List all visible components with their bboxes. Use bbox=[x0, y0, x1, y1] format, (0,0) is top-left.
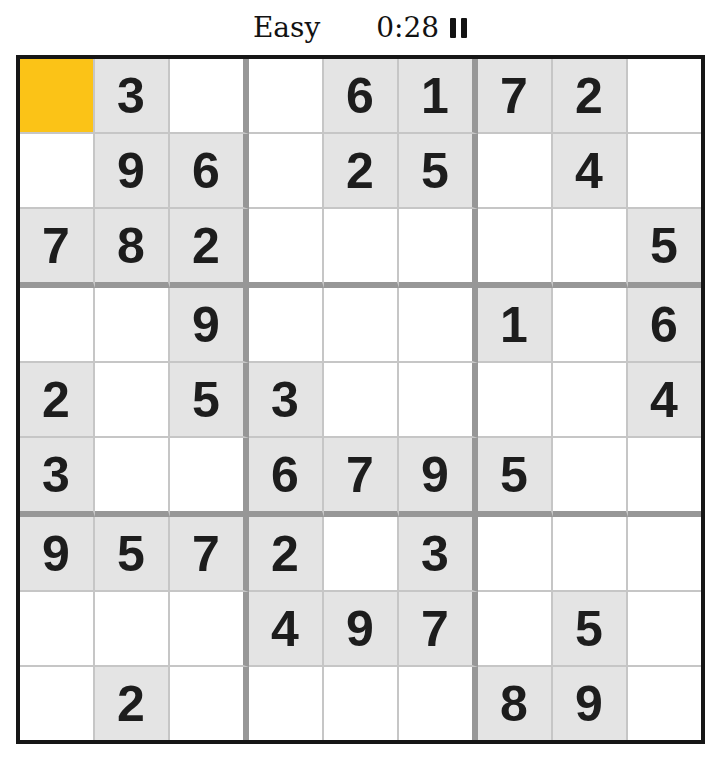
cell-r8c2[interactable] bbox=[95, 592, 170, 667]
sudoku-board: 36172962547825916253436795957234975289 bbox=[16, 55, 705, 744]
cell-r4c5[interactable] bbox=[324, 288, 399, 363]
cell-r7c8[interactable] bbox=[553, 517, 628, 592]
pause-button[interactable] bbox=[450, 18, 467, 38]
cell-r9c2[interactable]: 2 bbox=[95, 667, 170, 740]
cell-r8c7[interactable] bbox=[478, 592, 553, 667]
cell-r3c4[interactable] bbox=[249, 209, 324, 288]
cell-r5c8[interactable] bbox=[553, 363, 628, 438]
cell-r5c2[interactable] bbox=[95, 363, 170, 438]
cell-r5c3[interactable]: 5 bbox=[170, 363, 249, 438]
cell-r8c5[interactable]: 9 bbox=[324, 592, 399, 667]
cell-r8c4[interactable]: 4 bbox=[249, 592, 324, 667]
cell-r5c7[interactable] bbox=[478, 363, 553, 438]
cell-r7c4[interactable]: 2 bbox=[249, 517, 324, 592]
cell-r6c3[interactable] bbox=[170, 438, 249, 517]
cell-r6c5[interactable]: 7 bbox=[324, 438, 399, 517]
cell-r4c1[interactable] bbox=[20, 288, 95, 363]
cell-r2c3[interactable]: 6 bbox=[170, 134, 249, 209]
difficulty-label: Easy bbox=[253, 11, 320, 44]
cell-r8c9[interactable] bbox=[628, 592, 701, 667]
cell-r9c9[interactable] bbox=[628, 667, 701, 740]
cell-r5c9[interactable]: 4 bbox=[628, 363, 701, 438]
pause-icon bbox=[461, 18, 467, 38]
cell-r7c7[interactable] bbox=[478, 517, 553, 592]
cell-r3c8[interactable] bbox=[553, 209, 628, 288]
cell-r7c5[interactable] bbox=[324, 517, 399, 592]
cell-r3c1[interactable]: 7 bbox=[20, 209, 95, 288]
cell-r1c2[interactable]: 3 bbox=[95, 59, 170, 134]
cell-r7c6[interactable]: 3 bbox=[399, 517, 478, 592]
cell-r3c7[interactable] bbox=[478, 209, 553, 288]
cell-r2c6[interactable]: 5 bbox=[399, 134, 478, 209]
game-header: Easy 0:28 bbox=[0, 0, 720, 55]
cell-r9c8[interactable]: 9 bbox=[553, 667, 628, 740]
cell-r4c7[interactable]: 1 bbox=[478, 288, 553, 363]
cell-r6c7[interactable]: 5 bbox=[478, 438, 553, 517]
cell-r6c9[interactable] bbox=[628, 438, 701, 517]
cell-r6c4[interactable]: 6 bbox=[249, 438, 324, 517]
cell-r7c9[interactable] bbox=[628, 517, 701, 592]
cell-r3c3[interactable]: 2 bbox=[170, 209, 249, 288]
cell-r8c6[interactable]: 7 bbox=[399, 592, 478, 667]
cell-r6c2[interactable] bbox=[95, 438, 170, 517]
cell-r7c2[interactable]: 5 bbox=[95, 517, 170, 592]
cell-r2c1[interactable] bbox=[20, 134, 95, 209]
cell-r1c7[interactable]: 7 bbox=[478, 59, 553, 134]
cell-r2c4[interactable] bbox=[249, 134, 324, 209]
cell-r1c5[interactable]: 6 bbox=[324, 59, 399, 134]
cell-r3c6[interactable] bbox=[399, 209, 478, 288]
timer-display: 0:28 bbox=[376, 11, 439, 44]
cell-r9c7[interactable]: 8 bbox=[478, 667, 553, 740]
cell-r4c2[interactable] bbox=[95, 288, 170, 363]
cell-r9c1[interactable] bbox=[20, 667, 95, 740]
cell-r7c3[interactable]: 7 bbox=[170, 517, 249, 592]
cell-r1c9[interactable] bbox=[628, 59, 701, 134]
cell-r9c3[interactable] bbox=[170, 667, 249, 740]
cell-r1c4[interactable] bbox=[249, 59, 324, 134]
cell-r2c2[interactable]: 9 bbox=[95, 134, 170, 209]
cell-r3c2[interactable]: 8 bbox=[95, 209, 170, 288]
cell-r1c1[interactable] bbox=[20, 59, 95, 134]
pause-icon bbox=[450, 18, 456, 38]
cell-r8c3[interactable] bbox=[170, 592, 249, 667]
cell-r1c6[interactable]: 1 bbox=[399, 59, 478, 134]
cell-r5c1[interactable]: 2 bbox=[20, 363, 95, 438]
cell-r1c8[interactable]: 2 bbox=[553, 59, 628, 134]
cell-r9c4[interactable] bbox=[249, 667, 324, 740]
timer-group: 0:28 bbox=[376, 11, 467, 44]
cell-r5c4[interactable]: 3 bbox=[249, 363, 324, 438]
cell-r4c3[interactable]: 9 bbox=[170, 288, 249, 363]
cell-r6c1[interactable]: 3 bbox=[20, 438, 95, 517]
cell-r3c5[interactable] bbox=[324, 209, 399, 288]
cell-r6c6[interactable]: 9 bbox=[399, 438, 478, 517]
cell-r8c8[interactable]: 5 bbox=[553, 592, 628, 667]
cell-r9c6[interactable] bbox=[399, 667, 478, 740]
cell-r8c1[interactable] bbox=[20, 592, 95, 667]
cell-r4c8[interactable] bbox=[553, 288, 628, 363]
cell-r4c6[interactable] bbox=[399, 288, 478, 363]
cell-r2c8[interactable]: 4 bbox=[553, 134, 628, 209]
cell-r2c9[interactable] bbox=[628, 134, 701, 209]
cell-r6c8[interactable] bbox=[553, 438, 628, 517]
cell-r9c5[interactable] bbox=[324, 667, 399, 740]
cell-r3c9[interactable]: 5 bbox=[628, 209, 701, 288]
cell-r2c7[interactable] bbox=[478, 134, 553, 209]
cell-r7c1[interactable]: 9 bbox=[20, 517, 95, 592]
cell-r4c4[interactable] bbox=[249, 288, 324, 363]
cell-r2c5[interactable]: 2 bbox=[324, 134, 399, 209]
cell-r4c9[interactable]: 6 bbox=[628, 288, 701, 363]
cell-r5c5[interactable] bbox=[324, 363, 399, 438]
cell-r1c3[interactable] bbox=[170, 59, 249, 134]
cell-r5c6[interactable] bbox=[399, 363, 478, 438]
